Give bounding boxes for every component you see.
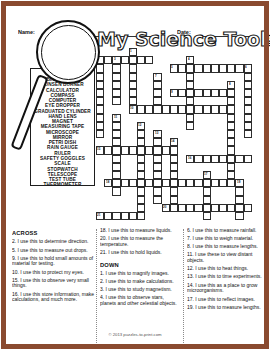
grid-cell[interactable] — [112, 130, 120, 138]
grid-cell[interactable] — [137, 155, 145, 163]
grid-cell[interactable] — [227, 97, 235, 105]
grid-cell[interactable] — [211, 105, 219, 113]
clue-number: 12 — [138, 123, 141, 126]
grid-cell[interactable] — [96, 130, 104, 138]
clue-item: 6. I use this to measure rainfall. — [187, 227, 263, 233]
grid-cell[interactable] — [170, 204, 178, 212]
grid-cell[interactable] — [112, 171, 120, 179]
grid-cell[interactable] — [153, 138, 161, 146]
grid-cell[interactable] — [186, 81, 194, 89]
grid-cell[interactable] — [170, 146, 178, 154]
grid-cell[interactable] — [129, 97, 137, 105]
grid-cell[interactable] — [227, 163, 235, 171]
grid-cell[interactable] — [153, 196, 161, 204]
grid-cell[interactable] — [244, 114, 252, 122]
grid-cell[interactable] — [170, 155, 178, 163]
column-separator — [183, 229, 184, 345]
grid-cell[interactable] — [153, 81, 161, 89]
clue-item: 19. I use this to measure lengths. — [187, 304, 263, 310]
clue-number: 10 — [130, 106, 133, 109]
grid-cell[interactable] — [178, 64, 186, 72]
grid-cell[interactable] — [112, 81, 120, 89]
grid-cell[interactable] — [194, 64, 202, 72]
clue-number: 7 — [155, 74, 157, 77]
grid-cell[interactable] — [96, 97, 104, 105]
clue-item: 15. I use this to observe very small thi… — [12, 277, 96, 288]
clue-number: 18 — [106, 180, 109, 183]
grid-cell[interactable] — [186, 122, 194, 130]
grid-cell[interactable] — [112, 97, 120, 105]
grid-cell[interactable] — [121, 56, 129, 64]
grid-cell[interactable] — [96, 81, 104, 89]
grid-cell[interactable] — [186, 179, 194, 187]
grid-cell[interactable] — [112, 64, 120, 72]
grid-cell[interactable] — [227, 155, 235, 163]
grid-cell[interactable] — [153, 163, 161, 171]
grid-cell[interactable] — [235, 187, 243, 195]
grid-cell[interactable] — [186, 64, 194, 72]
grid-cell[interactable] — [219, 89, 227, 97]
grid-cell[interactable] — [104, 146, 112, 154]
grid-cell[interactable] — [227, 114, 235, 122]
grid-cell[interactable] — [186, 97, 194, 105]
grid-cell[interactable] — [219, 64, 227, 72]
word-bank-item: THERMOMETER — [31, 182, 94, 186]
clue-item: 17. I use this to reflect images. — [187, 296, 263, 302]
grid-cell[interactable] — [145, 105, 153, 113]
grid-cell[interactable] — [137, 171, 145, 179]
grid-cell[interactable] — [194, 105, 202, 113]
grid-cell[interactable] — [112, 89, 120, 97]
grid-cell[interactable] — [227, 146, 235, 154]
grid-cell[interactable] — [219, 179, 227, 187]
grid-cell[interactable] — [153, 187, 161, 195]
grid-cell[interactable] — [145, 56, 153, 64]
grid-cell[interactable] — [137, 179, 145, 187]
grid-cell[interactable] — [244, 89, 252, 97]
grid-cell[interactable] — [211, 179, 219, 187]
grid-cell[interactable] — [178, 179, 186, 187]
clue-number: 14 — [171, 139, 174, 142]
grid-cell[interactable]: 5 — [170, 64, 178, 72]
grid-cell[interactable] — [137, 187, 145, 195]
clue-item: 2. I use this to make calculations. — [100, 278, 180, 284]
grid-cell[interactable] — [203, 64, 211, 72]
grid-cell[interactable] — [227, 179, 235, 187]
grid-cell[interactable] — [219, 105, 227, 113]
grid-cell[interactable]: 13 — [153, 130, 161, 138]
across-heading: ACROSS — [12, 230, 96, 237]
grid-cell[interactable] — [203, 196, 211, 204]
crossword-grid: 123456789101112131415161718192021 — [96, 48, 252, 221]
clue-item: 13. I use this to time experiments. — [187, 274, 263, 280]
grid-cell[interactable] — [219, 204, 227, 212]
clue-number: 19 — [237, 180, 240, 183]
grid-cell[interactable] — [112, 138, 120, 146]
grid-cell[interactable]: 19 — [235, 179, 243, 187]
grid-cell[interactable]: 8 — [227, 81, 235, 89]
grid-cell[interactable] — [227, 130, 235, 138]
grid-cell[interactable] — [186, 89, 194, 97]
grid-cell[interactable] — [137, 56, 145, 64]
grid-cell[interactable] — [211, 155, 219, 163]
grid-cell[interactable] — [203, 179, 211, 187]
grid-cell[interactable] — [186, 105, 194, 113]
grid-cell[interactable] — [194, 204, 202, 212]
grid-cell[interactable] — [137, 204, 145, 212]
grid-cell[interactable] — [244, 105, 252, 113]
clue-number: 9 — [171, 90, 173, 93]
grid-cell[interactable]: 11 — [112, 114, 120, 122]
across-clue-list: 2. I use this to determine direction.5. … — [12, 239, 96, 303]
clue-item: 18. I use this to measure liquids. — [100, 227, 180, 233]
grid-cell[interactable] — [153, 105, 161, 113]
grid-cell[interactable] — [137, 130, 145, 138]
grid-cell[interactable] — [162, 105, 170, 113]
grid-cell[interactable] — [170, 163, 178, 171]
grid-cell[interactable] — [194, 155, 202, 163]
grid-cell[interactable] — [137, 163, 145, 171]
clue-item: 7. I use this to weigh material. — [187, 235, 263, 241]
grid-cell[interactable] — [235, 155, 243, 163]
grid-cell[interactable]: 9 — [170, 89, 178, 97]
grid-cell[interactable] — [121, 212, 129, 220]
grid-cell[interactable] — [186, 114, 194, 122]
grid-cell[interactable]: 4 — [186, 56, 194, 64]
grid-cell[interactable] — [121, 146, 129, 154]
grid-cell[interactable] — [112, 73, 120, 81]
grid-cell[interactable]: 18 — [104, 179, 112, 187]
grid-cell[interactable] — [129, 81, 137, 89]
clue-number: 6 — [245, 65, 247, 68]
grid-cell[interactable] — [178, 105, 186, 113]
grid-cell[interactable] — [153, 97, 161, 105]
clue-number: 15 — [97, 147, 100, 150]
grid-cell[interactable] — [227, 105, 235, 113]
grid-cell[interactable]: 16 — [186, 155, 194, 163]
clue-item: 11. I use these to view distant objects. — [187, 252, 263, 263]
grid-cell[interactable] — [153, 89, 161, 97]
grid-cell[interactable] — [129, 146, 137, 154]
grid-cell[interactable] — [96, 114, 104, 122]
grid-cell[interactable] — [235, 64, 243, 72]
clue-number: 8 — [229, 82, 231, 85]
grid-cell[interactable] — [153, 179, 161, 187]
grid-cell[interactable] — [104, 212, 112, 220]
grid-cell[interactable] — [227, 171, 235, 179]
clue-item: 9. I use this to hold small amounts of m… — [12, 255, 96, 266]
clue-number: 17 — [204, 172, 207, 175]
clues-left-column: ACROSS 2. I use this to determine direct… — [12, 230, 96, 350]
grid-cell[interactable] — [244, 97, 252, 105]
grid-cell[interactable] — [170, 196, 178, 204]
grid-cell[interactable] — [129, 56, 137, 64]
grid-cell[interactable] — [170, 179, 178, 187]
grid-cell[interactable] — [137, 138, 145, 146]
grid-cell[interactable] — [194, 89, 202, 97]
grid-cell[interactable] — [162, 179, 170, 187]
grid-cell[interactable] — [227, 204, 235, 212]
grid-cell[interactable] — [153, 146, 161, 154]
clue-number: 16 — [188, 156, 191, 159]
grid-cell[interactable] — [170, 171, 178, 179]
grid-cell[interactable] — [178, 89, 186, 97]
grid-cell[interactable] — [211, 64, 219, 72]
name-label: Name: — [18, 29, 35, 35]
grid-cell[interactable] — [219, 155, 227, 163]
grid-cell[interactable] — [162, 146, 170, 154]
grid-cell[interactable] — [112, 212, 120, 220]
grid-cell[interactable] — [96, 105, 104, 113]
clue-item: 4. I use this to observe stars, planets … — [100, 294, 180, 305]
clue-number: 11 — [114, 115, 117, 118]
clue-number: 5 — [171, 65, 173, 68]
grid-cell[interactable]: 12 — [137, 122, 145, 130]
grid-cell[interactable] — [112, 163, 120, 171]
grid-cell[interactable] — [96, 73, 104, 81]
clue-item: 12. I use this to heat things. — [187, 265, 263, 271]
grid-cell[interactable] — [129, 89, 137, 97]
grid-cell[interactable] — [194, 179, 202, 187]
grid-cell[interactable] — [235, 204, 243, 212]
clue-item: 8. I use this to measure lengths. — [187, 243, 263, 249]
clue-number: 13 — [155, 131, 158, 134]
clue-item: 20. I use this to measure the temperatur… — [100, 235, 180, 246]
grid-cell[interactable] — [137, 196, 145, 204]
grid-cell[interactable] — [186, 73, 194, 81]
worksheet-page: { "game": "crossword", "page": { "title"… — [0, 0, 270, 350]
grid-cell[interactable] — [96, 122, 104, 130]
grid-cell[interactable] — [186, 204, 194, 212]
page-title: My Science Tools — [97, 28, 265, 50]
grid-cell[interactable] — [211, 204, 219, 212]
grid-cell[interactable] — [145, 179, 153, 187]
grid-cell[interactable]: 17 — [203, 171, 211, 179]
grid-cell[interactable] — [129, 212, 137, 220]
grid-cell[interactable] — [112, 122, 120, 130]
grid-cell[interactable] — [203, 105, 211, 113]
grid-cell[interactable] — [227, 138, 235, 146]
grid-cell[interactable] — [170, 187, 178, 195]
grid-cell[interactable]: 20 — [162, 204, 170, 212]
grid-cell[interactable] — [244, 73, 252, 81]
grid-cell[interactable]: 21 — [96, 212, 104, 220]
grid-cell[interactable] — [137, 105, 145, 113]
grid-cell[interactable]: 10 — [129, 105, 137, 113]
grid-cell[interactable] — [112, 179, 120, 187]
grid-cell[interactable] — [112, 155, 120, 163]
grid-cell[interactable] — [96, 64, 104, 72]
column-separator — [96, 229, 97, 345]
grid-cell[interactable]: 14 — [170, 138, 178, 146]
grid-cell[interactable] — [96, 89, 104, 97]
grid-cell[interactable] — [227, 64, 235, 72]
grid-cell[interactable] — [203, 187, 211, 195]
clue-item: 5. I use this to measure out drops. — [12, 247, 96, 253]
grid-cell[interactable] — [211, 89, 219, 97]
clue-item: 3. I use this to study magnetism. — [100, 286, 180, 292]
grid-cell[interactable] — [137, 146, 145, 154]
grid-cell[interactable] — [104, 56, 112, 64]
grid-cell[interactable] — [129, 73, 137, 81]
grid-cell[interactable] — [235, 196, 243, 204]
grid-cell[interactable]: 3 — [112, 56, 120, 64]
grid-cell[interactable]: 6 — [244, 64, 252, 72]
down-clue-list: 1. I use this to magnify images.2. I use… — [100, 270, 180, 306]
grid-cell[interactable] — [244, 155, 252, 163]
clue-item: 16. I use this store information, make c… — [12, 291, 96, 302]
clue-item: 14. I use this as a place to grow microo… — [187, 282, 263, 293]
clues-middle-column: 18. I use this to measure liquids.20. I … — [100, 227, 180, 350]
grid-cell[interactable] — [203, 89, 211, 97]
clue-number: 21 — [97, 213, 100, 216]
grid-cell[interactable] — [235, 212, 243, 220]
grid-cell[interactable] — [153, 155, 161, 163]
grid-cell[interactable] — [137, 212, 145, 220]
grid-cell[interactable] — [244, 130, 252, 138]
grid-cell[interactable] — [178, 204, 186, 212]
grid-cell[interactable] — [227, 122, 235, 130]
grid-cell[interactable] — [203, 212, 211, 220]
grid-cell[interactable] — [153, 171, 161, 179]
clue-item: 1. I use this to magnify images. — [100, 270, 180, 276]
grid-cell[interactable]: 15 — [96, 146, 104, 154]
down-clue-list-continued: 6. I use this to measure rainfall.7. I u… — [187, 227, 263, 310]
grid-cell[interactable] — [129, 64, 137, 72]
clues-right-column: 6. I use this to measure rainfall.7. I u… — [187, 227, 263, 350]
grid-cell[interactable] — [244, 204, 252, 212]
clue-number: 20 — [163, 205, 166, 208]
across-clue-list-continued: 18. I use this to measure liquids.20. I … — [100, 227, 180, 255]
clue-item: 21. I use this to hold liquids. — [100, 249, 180, 255]
magnifier-lens — [36, 20, 100, 84]
grid-cell[interactable] — [129, 179, 137, 187]
grid-cell[interactable] — [244, 81, 252, 89]
grid-cell[interactable]: 7 — [153, 73, 161, 81]
down-heading: DOWN — [100, 261, 180, 268]
grid-cell[interactable] — [112, 146, 120, 154]
grid-cell[interactable] — [112, 187, 120, 195]
grid-cell[interactable] — [227, 89, 235, 97]
clue-item: 10. I use this to protect my eyes. — [12, 269, 96, 275]
grid-cell[interactable] — [244, 122, 252, 130]
clue-number: 4 — [188, 57, 190, 60]
grid-cell[interactable] — [170, 105, 178, 113]
grid-cell[interactable] — [145, 146, 153, 154]
clue-item: 2. I use this to determine direction. — [12, 239, 96, 245]
grid-cell[interactable] — [121, 179, 129, 187]
clue-number: 3 — [114, 57, 116, 60]
grid-cell[interactable] — [203, 204, 211, 212]
grid-cell[interactable] — [203, 155, 211, 163]
